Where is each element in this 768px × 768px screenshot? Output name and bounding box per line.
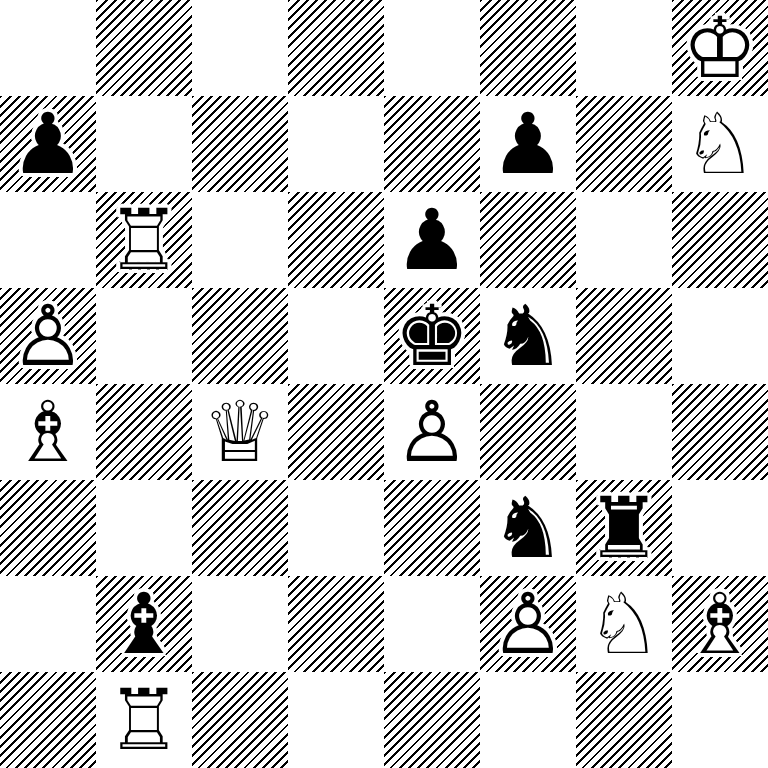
black-pawn-piece: ♟	[384, 192, 480, 288]
square-a5[interactable]: ♟♙	[0, 288, 96, 384]
white-bishop-piece: ♗	[0, 384, 96, 480]
square-g2[interactable]: ♞♘	[576, 576, 672, 672]
square-f1[interactable]	[480, 672, 576, 768]
square-a8[interactable]	[0, 0, 96, 96]
square-f2[interactable]: ♟♙	[480, 576, 576, 672]
square-f8[interactable]	[480, 0, 576, 96]
white-bishop-piece: ♗	[672, 576, 768, 672]
square-h6[interactable]	[672, 192, 768, 288]
black-rook-piece: ♜	[576, 480, 672, 576]
square-h8[interactable]: ♚♔	[672, 0, 768, 96]
square-e5[interactable]: ♚♚	[384, 288, 480, 384]
square-g6[interactable]	[576, 192, 672, 288]
square-d3[interactable]	[288, 480, 384, 576]
square-h4[interactable]	[672, 384, 768, 480]
square-a6[interactable]	[0, 192, 96, 288]
square-f4[interactable]	[480, 384, 576, 480]
white-knight-piece: ♘	[576, 576, 672, 672]
square-a4[interactable]: ♝♗	[0, 384, 96, 480]
square-b6[interactable]: ♜♖	[96, 192, 192, 288]
square-d6[interactable]	[288, 192, 384, 288]
black-king-piece: ♚	[384, 288, 480, 384]
black-knight-piece: ♞	[480, 480, 576, 576]
square-g1[interactable]	[576, 672, 672, 768]
square-b8[interactable]	[96, 0, 192, 96]
white-knight-piece: ♘	[672, 96, 768, 192]
black-pawn-piece: ♟	[0, 96, 96, 192]
square-b7[interactable]	[96, 96, 192, 192]
square-h5[interactable]	[672, 288, 768, 384]
square-c5[interactable]	[192, 288, 288, 384]
white-pawn-piece: ♙	[384, 384, 480, 480]
square-e6[interactable]: ♟♟	[384, 192, 480, 288]
square-g8[interactable]	[576, 0, 672, 96]
square-c3[interactable]	[192, 480, 288, 576]
square-g5[interactable]	[576, 288, 672, 384]
square-b4[interactable]	[96, 384, 192, 480]
square-h1[interactable]	[672, 672, 768, 768]
square-a1[interactable]	[0, 672, 96, 768]
square-c1[interactable]	[192, 672, 288, 768]
square-e8[interactable]	[384, 0, 480, 96]
square-b5[interactable]	[96, 288, 192, 384]
square-d5[interactable]	[288, 288, 384, 384]
square-d1[interactable]	[288, 672, 384, 768]
square-g3[interactable]: ♜♜	[576, 480, 672, 576]
white-rook-piece: ♖	[96, 192, 192, 288]
square-c2[interactable]	[192, 576, 288, 672]
square-b3[interactable]	[96, 480, 192, 576]
square-e7[interactable]	[384, 96, 480, 192]
square-g4[interactable]	[576, 384, 672, 480]
square-b1[interactable]: ♜♖	[96, 672, 192, 768]
square-g7[interactable]	[576, 96, 672, 192]
square-a2[interactable]	[0, 576, 96, 672]
square-d4[interactable]	[288, 384, 384, 480]
square-a7[interactable]: ♟♟	[0, 96, 96, 192]
chess-board: ♚♔♟♟♟♟♞♘♜♖♟♟♟♙♚♚♞♞♝♗♛♕♟♙♞♞♜♜♝♝♟♙♞♘♝♗♜♖	[0, 0, 768, 768]
white-pawn-piece: ♙	[0, 288, 96, 384]
black-pawn-piece: ♟	[480, 96, 576, 192]
white-queen-piece: ♕	[192, 384, 288, 480]
square-e2[interactable]	[384, 576, 480, 672]
square-f3[interactable]: ♞♞	[480, 480, 576, 576]
square-h7[interactable]: ♞♘	[672, 96, 768, 192]
square-h3[interactable]	[672, 480, 768, 576]
square-d8[interactable]	[288, 0, 384, 96]
square-b2[interactable]: ♝♝	[96, 576, 192, 672]
square-c7[interactable]	[192, 96, 288, 192]
square-e3[interactable]	[384, 480, 480, 576]
square-a3[interactable]	[0, 480, 96, 576]
square-c6[interactable]	[192, 192, 288, 288]
white-pawn-piece: ♙	[480, 576, 576, 672]
white-king-piece: ♔	[672, 0, 768, 96]
square-e4[interactable]: ♟♙	[384, 384, 480, 480]
square-f7[interactable]: ♟♟	[480, 96, 576, 192]
square-h2[interactable]: ♝♗	[672, 576, 768, 672]
black-bishop-piece: ♝	[96, 576, 192, 672]
square-c4[interactable]: ♛♕	[192, 384, 288, 480]
white-rook-piece: ♖	[96, 672, 192, 768]
square-f6[interactable]	[480, 192, 576, 288]
square-e1[interactable]	[384, 672, 480, 768]
square-f5[interactable]: ♞♞	[480, 288, 576, 384]
square-d7[interactable]	[288, 96, 384, 192]
black-knight-piece: ♞	[480, 288, 576, 384]
square-c8[interactable]	[192, 0, 288, 96]
square-d2[interactable]	[288, 576, 384, 672]
